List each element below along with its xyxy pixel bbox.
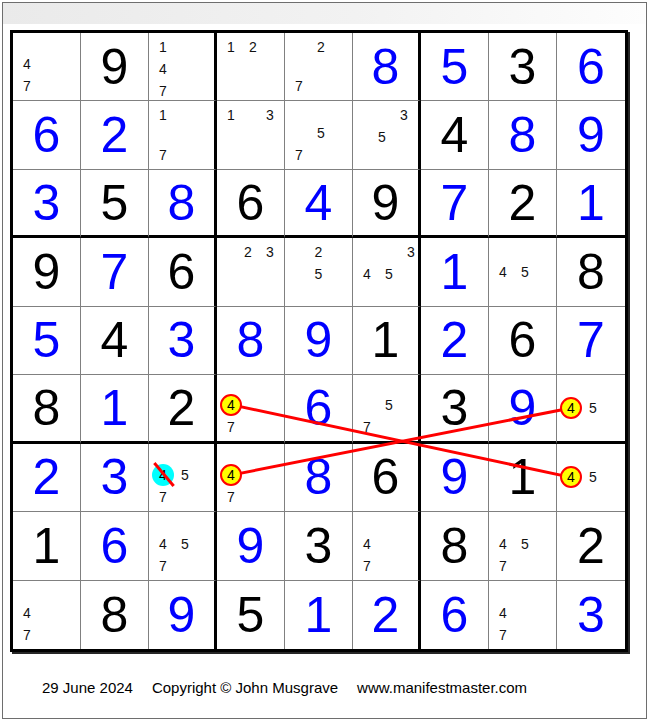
cell-r7c9[interactable]: 45 (557, 444, 625, 512)
cell-r2c9[interactable]: 9 (557, 101, 625, 169)
candidate-r1c3-1: 1 (152, 36, 174, 58)
cell-value-given: 2 (489, 170, 556, 235)
candidate-r9c8-7: 7 (492, 624, 514, 646)
cell-r6c1[interactable]: 8 (13, 375, 81, 443)
cell-r2c2[interactable]: 2 (81, 101, 149, 169)
cell-value-given: 4 (421, 101, 488, 168)
cell-r5c4[interactable]: 8 (217, 307, 285, 375)
candidate-r9c1-4: 4 (16, 602, 38, 624)
cell-value-given: 2 (149, 375, 214, 440)
cell-r9c5[interactable]: 1 (285, 581, 353, 649)
candidate-r7c3-7: 7 (152, 486, 174, 508)
cell-value-given: 9 (353, 170, 418, 235)
cell-value-solved: 3 (557, 581, 625, 649)
cell-value-given: 8 (421, 512, 488, 579)
cell-r4c9[interactable]: 8 (557, 238, 625, 306)
cell-r2c6[interactable]: 35 (353, 101, 421, 169)
candidate-grid: 47 (492, 584, 553, 646)
candidate-r4c8-5: 5 (514, 261, 536, 283)
cell-r6c5[interactable]: 6 (285, 375, 353, 443)
cell-value-solved: 7 (557, 307, 625, 374)
cell-value-solved: 7 (421, 170, 488, 235)
candidate-r1c5-2: 2 (310, 36, 332, 58)
cell-r2c5[interactable]: 57 (285, 101, 353, 169)
cell-r6c9[interactable]: 45 (557, 375, 625, 443)
cell-r9c9[interactable]: 3 (557, 581, 625, 649)
candidate-r6c4-7: 7 (220, 416, 242, 438)
cell-r4c8[interactable]: 45 (489, 238, 557, 306)
candidate-grid: 27 (288, 36, 349, 97)
cell-value-solved: 8 (217, 307, 284, 374)
cell-r9c3[interactable]: 9 (149, 581, 217, 649)
candidate-grid: 57 (288, 104, 349, 165)
candidate-r1c4-1: 1 (220, 36, 242, 58)
candidate-r9c8-4: 4 (492, 602, 514, 624)
cell-r8c4[interactable]: 9 (217, 512, 285, 580)
cell-r6c6[interactable]: 57 (353, 375, 421, 443)
cell-r7c3[interactable]: 457 (149, 444, 217, 512)
cell-r8c1[interactable]: 1 (13, 512, 81, 580)
cell-r8c2[interactable]: 6 (81, 512, 149, 580)
cell-r7c4[interactable]: 47 (217, 444, 285, 512)
cell-value-given: 6 (217, 170, 284, 235)
candidate-grid: 45 (560, 447, 622, 508)
candidate-r2c4-1: 1 (220, 104, 242, 126)
candidate-grid: 457 (492, 515, 553, 576)
cell-value-given: 6 (489, 307, 556, 374)
cell-value-solved: 5 (421, 33, 488, 100)
cell-r4c6[interactable]: 345 (353, 238, 421, 306)
candidate-r1c4-2: 2 (242, 36, 264, 58)
cell-value-given: 3 (489, 33, 556, 100)
cell-r8c7[interactable]: 8 (421, 512, 489, 580)
candidate-r2c4-3: 3 (259, 104, 281, 126)
candidate-r8c3-4: 4 (152, 533, 174, 555)
candidate-r6c6-5: 5 (378, 394, 400, 416)
candidate-grid: 457 (152, 515, 211, 576)
candidate-r1c3-7: 7 (152, 80, 174, 102)
cell-value-solved: 1 (285, 581, 352, 649)
cell-value-given: 4 (81, 307, 148, 374)
cell-value-given: 5 (81, 170, 148, 235)
cell-value-given: 9 (13, 238, 80, 305)
cell-value-solved: 9 (489, 375, 556, 440)
cell-r5c6[interactable]: 1 (353, 307, 421, 375)
cell-r1c7[interactable]: 5 (421, 33, 489, 101)
candidate-r2c6-5: 5 (371, 126, 393, 148)
cell-value-solved: 1 (421, 238, 488, 305)
candidate-r8c3-5: 5 (174, 533, 196, 555)
candidate-r6c9-5: 5 (582, 397, 604, 419)
cell-r9c6[interactable]: 2 (353, 581, 421, 649)
cell-r4c2[interactable]: 7 (81, 238, 149, 306)
candidate-r6c9-4: 4 (560, 397, 582, 419)
cell-r1c3[interactable]: 147 (149, 33, 217, 101)
cell-r3c7[interactable]: 7 (421, 170, 489, 238)
cell-value-given: 1 (13, 512, 80, 579)
cell-r3c5[interactable]: 4 (285, 170, 353, 238)
cell-r1c6[interactable]: 8 (353, 33, 421, 101)
cell-r6c8[interactable]: 9 (489, 375, 557, 443)
footer-copyright: Copyright © John Musgrave (152, 679, 338, 696)
cell-r5c3[interactable]: 3 (149, 307, 217, 375)
cell-r9c4[interactable]: 5 (217, 581, 285, 649)
cell-value-solved: 9 (557, 101, 625, 168)
candidate-r1c3-4: 4 (152, 58, 174, 80)
candidate-r7c9-4: 4 (560, 466, 582, 488)
cell-r7c8[interactable]: 1 (489, 444, 557, 512)
cell-r8c9[interactable]: 2 (557, 512, 625, 580)
candidate-r7c9-5: 5 (582, 466, 604, 488)
cell-value-given: 1 (489, 444, 556, 511)
cell-r5c5[interactable]: 9 (285, 307, 353, 375)
cell-r5c1[interactable]: 5 (13, 307, 81, 375)
cell-r4c4[interactable]: 23 (217, 238, 285, 306)
cell-r6c7[interactable]: 3 (421, 375, 489, 443)
cell-value-given: 2 (557, 512, 625, 579)
candidate-r8c6-7: 7 (356, 555, 378, 577)
cell-value-given: 5 (217, 581, 284, 649)
cell-r1c8[interactable]: 3 (489, 33, 557, 101)
candidate-r7c3-4: 4 (152, 464, 174, 486)
cell-r9c8[interactable]: 47 (489, 581, 557, 649)
candidate-grid: 35 (356, 104, 415, 165)
candidate-r7c4-7: 7 (220, 486, 242, 508)
candidate-grid: 45 (560, 378, 622, 437)
footer-website: www.manifestmaster.com (357, 679, 527, 696)
cell-r1c9[interactable]: 6 (557, 33, 625, 101)
cell-r9c2[interactable]: 8 (81, 581, 149, 649)
cell-value-given: 8 (81, 581, 148, 649)
cell-value-given: 9 (81, 33, 148, 100)
cell-value-solved: 8 (285, 444, 352, 511)
cell-value-solved: 3 (81, 444, 148, 511)
cell-value-solved: 8 (149, 170, 214, 235)
candidate-r4c4-3: 3 (259, 241, 281, 263)
candidate-grid: 47 (16, 36, 77, 97)
cell-r7c6[interactable]: 6 (353, 444, 421, 512)
cell-value-solved: 7 (81, 238, 148, 305)
cell-r9c7[interactable]: 6 (421, 581, 489, 649)
cell-value-given: 6 (149, 238, 214, 305)
cell-r4c1[interactable]: 9 (13, 238, 81, 306)
cell-value-solved: 1 (557, 170, 625, 235)
candidate-r2c3-1: 1 (152, 104, 174, 126)
cell-r7c2[interactable]: 3 (81, 444, 149, 512)
candidate-grid: 23 (220, 241, 281, 302)
cell-value-solved: 6 (557, 33, 625, 100)
sudoku-page: 4791471227853662171357354893586497219762… (0, 0, 650, 720)
cell-value-given: 8 (557, 238, 625, 305)
footer-date: 29 June 2024 (42, 679, 133, 696)
cell-value-given: 3 (421, 375, 488, 440)
candidate-r9c1-7: 7 (16, 624, 38, 646)
cell-value-given: 1 (353, 307, 418, 374)
candidate-r2c3-7: 7 (152, 144, 174, 166)
cell-r2c4[interactable]: 13 (217, 101, 285, 169)
cell-value-solved: 9 (285, 307, 352, 374)
cell-value-solved: 9 (217, 512, 284, 579)
cell-r8c3[interactable]: 457 (149, 512, 217, 580)
candidate-grid: 147 (152, 36, 211, 97)
cell-r5c7[interactable]: 2 (421, 307, 489, 375)
cell-r7c5[interactable]: 8 (285, 444, 353, 512)
candidate-r6c6-7: 7 (356, 416, 378, 438)
candidate-r8c3-7: 7 (152, 555, 174, 577)
cell-r9c1[interactable]: 47 (13, 581, 81, 649)
cell-value-solved: 2 (81, 101, 148, 168)
cell-r4c7[interactable]: 1 (421, 238, 489, 306)
cell-r8c6[interactable]: 47 (353, 512, 421, 580)
cell-value-solved: 2 (421, 307, 488, 374)
candidate-r4c6-3: 3 (400, 241, 422, 263)
footer: 29 June 2024 Copyright © John Musgrave w… (42, 679, 527, 696)
cell-r3c3[interactable]: 8 (149, 170, 217, 238)
cell-value-solved: 5 (13, 307, 80, 374)
candidate-grid: 345 (356, 241, 415, 302)
cell-r1c1[interactable]: 47 (13, 33, 81, 101)
candidate-grid: 47 (16, 584, 77, 646)
candidate-r2c5-5: 5 (310, 122, 332, 144)
candidate-r4c4-2: 2 (237, 241, 259, 263)
cell-value-solved: 6 (13, 101, 80, 168)
candidate-r4c5-5: 5 (308, 263, 330, 285)
cell-value-solved: 6 (285, 375, 352, 440)
candidate-r7c4-4: 4 (220, 464, 242, 486)
cell-r4c3[interactable]: 6 (149, 238, 217, 306)
cell-r3c4[interactable]: 6 (217, 170, 285, 238)
cell-r2c7[interactable]: 4 (421, 101, 489, 169)
cell-r2c3[interactable]: 17 (149, 101, 217, 169)
cell-r3c8[interactable]: 2 (489, 170, 557, 238)
cell-value-solved: 2 (13, 444, 80, 511)
cell-value-solved: 4 (285, 170, 352, 235)
cell-value-solved: 3 (13, 170, 80, 235)
sudoku-grid: 4791471227853662171357354893586497219762… (10, 30, 628, 652)
cell-r8c8[interactable]: 457 (489, 512, 557, 580)
cell-r1c4[interactable]: 12 (217, 33, 285, 101)
cell-value-solved: 2 (353, 581, 418, 649)
cell-r5c2[interactable]: 4 (81, 307, 149, 375)
cell-r6c3[interactable]: 2 (149, 375, 217, 443)
cell-r2c1[interactable]: 6 (13, 101, 81, 169)
candidate-grid: 457 (152, 447, 211, 508)
cell-r5c8[interactable]: 6 (489, 307, 557, 375)
cell-r7c7[interactable]: 9 (421, 444, 489, 512)
cell-value-solved: 8 (489, 101, 556, 168)
cell-value-solved: 6 (81, 512, 148, 579)
candidate-r8c8-4: 4 (492, 533, 514, 555)
cell-r2c8[interactable]: 8 (489, 101, 557, 169)
window-top-strip (3, 3, 645, 24)
candidate-r4c6-5: 5 (378, 263, 400, 285)
cell-r3c1[interactable]: 3 (13, 170, 81, 238)
cell-value-solved: 1 (81, 375, 148, 440)
candidate-r1c1-7: 7 (16, 75, 38, 97)
candidate-r8c8-7: 7 (492, 555, 514, 577)
candidate-grid: 45 (492, 241, 553, 302)
cell-value-solved: 6 (421, 581, 488, 649)
candidate-r2c6-3: 3 (393, 104, 415, 126)
candidate-r4c6-4: 4 (356, 263, 378, 285)
cell-value-given: 3 (285, 512, 352, 579)
cell-r1c2[interactable]: 9 (81, 33, 149, 101)
cell-r6c4[interactable]: 47 (217, 375, 285, 443)
candidate-grid: 47 (220, 447, 281, 508)
candidate-r6c4-4: 4 (220, 394, 242, 416)
candidate-r4c8-4: 4 (492, 261, 514, 283)
candidate-r1c1-4: 4 (16, 53, 38, 75)
cell-r1c5[interactable]: 27 (285, 33, 353, 101)
candidate-grid: 47 (356, 515, 415, 576)
cell-value-solved: 8 (353, 33, 418, 100)
cell-r3c9[interactable]: 1 (557, 170, 625, 238)
cell-r3c6[interactable]: 9 (353, 170, 421, 238)
cell-value-solved: 3 (149, 307, 214, 374)
candidate-grid: 13 (220, 104, 281, 165)
candidate-r8c8-5: 5 (514, 533, 536, 555)
cell-value-solved: 9 (149, 581, 214, 649)
candidate-r8c6-4: 4 (356, 533, 378, 555)
candidate-r4c5-2: 2 (308, 241, 330, 263)
cell-value-given: 8 (13, 375, 80, 440)
cell-r3c2[interactable]: 5 (81, 170, 149, 238)
cell-r7c1[interactable]: 2 (13, 444, 81, 512)
candidate-grid: 25 (288, 241, 349, 302)
candidate-r7c3-5: 5 (174, 464, 196, 486)
candidate-r2c5-7: 7 (288, 144, 310, 166)
candidate-grid: 17 (152, 104, 211, 165)
cell-value-solved: 9 (421, 444, 488, 511)
candidate-r1c5-7: 7 (288, 75, 310, 97)
cell-r8c5[interactable]: 3 (285, 512, 353, 580)
cell-value-given: 6 (353, 444, 418, 511)
candidate-grid: 12 (220, 36, 281, 97)
cell-r5c9[interactable]: 7 (557, 307, 625, 375)
candidate-grid: 47 (220, 378, 281, 437)
candidate-grid: 57 (356, 378, 415, 437)
cell-r4c5[interactable]: 25 (285, 238, 353, 306)
cell-r6c2[interactable]: 1 (81, 375, 149, 443)
